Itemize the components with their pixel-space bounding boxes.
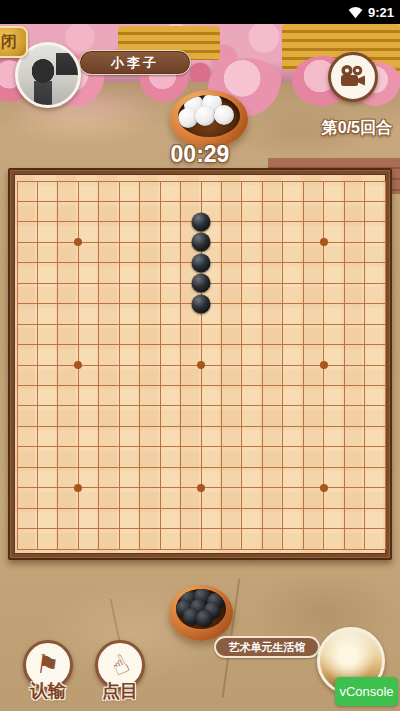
move-timer: 00:29	[0, 141, 400, 168]
grid-line-vertical	[17, 181, 18, 550]
video-camera-icon	[338, 64, 368, 90]
grid-line-horizontal	[17, 385, 386, 386]
grid-line-vertical	[139, 181, 140, 550]
player-name-pill: 小李子	[79, 50, 191, 75]
grid-line-vertical	[241, 181, 242, 550]
grid-line-horizontal	[17, 467, 386, 468]
black-stone	[192, 233, 211, 252]
grid-line-horizontal	[17, 344, 386, 345]
resign-label: 认输	[13, 679, 83, 703]
grid-line-vertical	[221, 181, 222, 550]
grid-line-vertical	[385, 181, 386, 550]
grid-line-horizontal	[17, 549, 386, 550]
star-point	[74, 361, 82, 369]
star-point	[197, 361, 205, 369]
vconsole-label: vConsole	[339, 684, 393, 699]
pointing-hand-icon: ☝	[107, 650, 133, 680]
grid-line-vertical	[303, 181, 304, 550]
round-counter: 第0/5回合	[322, 118, 392, 139]
star-point	[320, 361, 328, 369]
black-stone	[192, 253, 211, 272]
grid-line-horizontal	[17, 201, 386, 202]
board-surface[interactable]	[14, 174, 386, 554]
grid-line-horizontal	[17, 181, 386, 182]
record-button[interactable]	[328, 52, 378, 102]
black-stone	[192, 212, 211, 231]
grid-line-horizontal	[17, 405, 386, 406]
grid-line-vertical	[160, 181, 161, 550]
venue-label: 艺术单元生活馆	[229, 640, 306, 655]
count-points-label: 点目	[85, 679, 155, 703]
white-bowl-stone	[214, 105, 234, 125]
star-point	[197, 484, 205, 492]
grid-line-horizontal	[17, 446, 386, 447]
black-stone	[192, 294, 211, 313]
grid-line-horizontal	[17, 508, 386, 509]
grid-line-vertical	[344, 181, 345, 550]
status-time: 9:21	[368, 5, 394, 20]
status-bar: 9:21	[0, 0, 400, 24]
board-grid	[15, 175, 385, 553]
grid-line-vertical	[282, 181, 283, 550]
grid-line-horizontal	[17, 324, 386, 325]
black-stone-bowl	[169, 585, 233, 641]
grid-line-vertical	[57, 181, 58, 550]
close-button[interactable]: 闭	[0, 26, 28, 58]
go-board	[8, 168, 392, 560]
venue-banner[interactable]: 艺术单元生活馆	[214, 636, 320, 658]
black-bowl-cavity	[176, 589, 226, 629]
grid-line-horizontal	[17, 426, 386, 427]
wifi-icon	[348, 6, 363, 19]
grid-line-horizontal	[17, 528, 386, 529]
star-point	[320, 484, 328, 492]
app-screen: 9:21 闭 小李子 第0/5回合 00:29	[0, 0, 400, 711]
flag-icon: ⚑	[35, 651, 62, 680]
close-glyph: 闭	[1, 32, 17, 53]
white-bowl-cavity	[178, 95, 240, 137]
grid-line-vertical	[37, 181, 38, 550]
player-name: 小李子	[111, 54, 159, 72]
grid-line-vertical	[364, 181, 365, 550]
black-bowl-stone	[196, 610, 213, 627]
black-stone	[192, 274, 211, 293]
grid-line-vertical	[262, 181, 263, 550]
grid-line-vertical	[98, 181, 99, 550]
star-point	[74, 484, 82, 492]
star-point	[320, 238, 328, 246]
star-point	[74, 238, 82, 246]
grid-line-vertical	[119, 181, 120, 550]
grid-line-vertical	[180, 181, 181, 550]
white-bowl-stone	[195, 106, 215, 126]
white-stone-bowl	[170, 90, 248, 148]
vconsole-button[interactable]: vConsole	[335, 677, 398, 706]
